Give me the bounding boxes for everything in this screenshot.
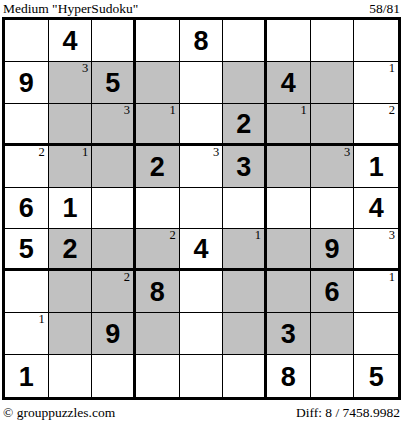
pencil-mark: 2 (124, 271, 130, 284)
cell-r3c8[interactable] (311, 104, 355, 146)
given-digit: 3 (236, 152, 251, 181)
cell-r7c6[interactable] (223, 271, 267, 313)
cell-r2c2[interactable]: 3 (49, 62, 93, 104)
cell-r5c8[interactable] (311, 188, 355, 230)
cell-r4c8[interactable]: 3 (311, 146, 355, 188)
pencil-mark: 1 (38, 313, 44, 326)
given-digit: 8 (193, 26, 208, 55)
given-digit: 1 (19, 362, 34, 391)
cell-r9c2[interactable] (49, 355, 93, 397)
cell-r8c6[interactable] (223, 313, 267, 355)
cell-r4c6[interactable]: 3 (223, 146, 267, 188)
pencil-mark: 1 (389, 271, 395, 284)
puzzle-page: Medium "HyperSudoku" 58/81 4893541312122… (0, 0, 403, 437)
cell-r3c4[interactable]: 1 (136, 104, 180, 146)
copyright-text: © grouppuzzles.com (3, 405, 115, 420)
given-digit: 1 (62, 193, 77, 222)
given-digit: 4 (369, 193, 384, 222)
cell-r4c2[interactable]: 1 (49, 146, 93, 188)
pencil-mark: 1 (82, 146, 88, 159)
cell-r8c9[interactable] (354, 313, 398, 355)
cell-r1c3[interactable] (92, 20, 136, 62)
cell-r4c7[interactable] (267, 146, 311, 188)
cell-r7c3[interactable]: 2 (92, 271, 136, 313)
footer: © grouppuzzles.com Diff: 8 / 7458.9982 (2, 405, 401, 420)
cell-r1c9[interactable] (354, 20, 398, 62)
cell-r5c6[interactable] (223, 188, 267, 230)
cell-r7c4[interactable]: 8 (136, 271, 180, 313)
cell-r1c2[interactable]: 4 (49, 20, 93, 62)
cell-r2c1[interactable]: 9 (5, 62, 49, 104)
given-digit: 4 (62, 26, 77, 55)
cell-r4c9[interactable]: 1 (354, 146, 398, 188)
cell-r2c5[interactable] (180, 62, 224, 104)
cell-r9c4[interactable] (136, 355, 180, 397)
given-digit: 2 (236, 109, 251, 138)
cell-r8c4[interactable] (136, 313, 180, 355)
given-digit: 8 (150, 277, 165, 306)
given-digit: 9 (324, 234, 339, 263)
pencil-mark: 1 (169, 104, 175, 117)
cell-r5c5[interactable] (180, 188, 224, 230)
puzzle-title: Medium "HyperSudoku" (3, 1, 138, 16)
cell-r5c2[interactable]: 1 (49, 188, 93, 230)
given-digit: 4 (281, 68, 296, 97)
progress-counter: 58/81 (369, 1, 400, 16)
pencil-mark: 2 (169, 229, 175, 242)
cell-r6c7[interactable] (267, 229, 311, 271)
header: Medium "HyperSudoku" 58/81 (2, 1, 401, 17)
sudoku-board: 489354131212212333161452241932861193185 (2, 17, 401, 400)
cell-r3c6[interactable]: 2 (223, 104, 267, 146)
cell-r8c3[interactable]: 9 (92, 313, 136, 355)
cell-r7c5[interactable] (180, 271, 224, 313)
cell-r7c2[interactable] (49, 271, 93, 313)
given-digit: 2 (150, 152, 165, 181)
given-digit: 3 (281, 319, 296, 348)
cell-r8c5[interactable] (180, 313, 224, 355)
pencil-mark: 3 (389, 229, 395, 242)
cell-r8c8[interactable] (311, 313, 355, 355)
cell-r6c6[interactable]: 1 (223, 229, 267, 271)
cell-r3c3[interactable]: 3 (92, 104, 136, 146)
given-digit: 9 (105, 319, 120, 348)
pencil-mark: 2 (389, 104, 395, 117)
cell-r4c5[interactable]: 3 (180, 146, 224, 188)
cell-r8c2[interactable] (49, 313, 93, 355)
cell-r2c4[interactable] (136, 62, 180, 104)
cell-r7c8[interactable]: 6 (311, 271, 355, 313)
cell-r3c1[interactable] (5, 104, 49, 146)
cell-r6c3[interactable] (92, 229, 136, 271)
cell-r3c2[interactable] (49, 104, 93, 146)
given-digit: 2 (62, 234, 77, 263)
cell-r2c3[interactable]: 5 (92, 62, 136, 104)
cell-r5c9[interactable]: 4 (354, 188, 398, 230)
cell-r8c7[interactable]: 3 (267, 313, 311, 355)
difficulty-text: Diff: 8 / 7458.9982 (296, 405, 400, 420)
cell-r7c9[interactable]: 1 (354, 271, 398, 313)
cell-r6c4[interactable]: 2 (136, 229, 180, 271)
pencil-mark: 1 (255, 229, 261, 242)
cell-r8c1[interactable]: 1 (5, 313, 49, 355)
cell-r9c6[interactable] (223, 355, 267, 397)
cell-r6c2[interactable]: 2 (49, 229, 93, 271)
cell-r9c7[interactable]: 8 (267, 355, 311, 397)
cell-r1c5[interactable]: 8 (180, 20, 224, 62)
cell-r6c9[interactable]: 3 (354, 229, 398, 271)
cell-r5c7[interactable] (267, 188, 311, 230)
cell-r2c6[interactable] (223, 62, 267, 104)
pencil-mark: 2 (38, 146, 44, 159)
pencil-mark: 3 (213, 146, 219, 159)
given-digit: 9 (19, 68, 34, 97)
cell-r9c9[interactable]: 5 (354, 355, 398, 397)
cell-r3c9[interactable]: 2 (354, 104, 398, 146)
cell-r9c3[interactable] (92, 355, 136, 397)
given-digit: 1 (369, 152, 384, 181)
cell-r2c7[interactable]: 4 (267, 62, 311, 104)
cell-r1c6[interactable] (223, 20, 267, 62)
given-digit: 6 (324, 277, 339, 306)
cell-r7c1[interactable] (5, 271, 49, 313)
cell-r1c4[interactable] (136, 20, 180, 62)
cell-r5c3[interactable] (92, 188, 136, 230)
pencil-mark: 3 (124, 104, 130, 117)
given-digit: 5 (369, 362, 384, 391)
pencil-mark: 1 (300, 104, 306, 117)
cell-r1c7[interactable] (267, 20, 311, 62)
cell-r2c9[interactable]: 1 (354, 62, 398, 104)
given-digit: 6 (19, 193, 34, 222)
cell-r1c1[interactable] (5, 20, 49, 62)
cell-r4c1[interactable]: 2 (5, 146, 49, 188)
cell-r5c4[interactable] (136, 188, 180, 230)
cell-r9c5[interactable] (180, 355, 224, 397)
given-digit: 8 (281, 362, 296, 391)
given-digit: 5 (19, 234, 34, 263)
cell-r3c7[interactable]: 1 (267, 104, 311, 146)
cell-r5c1[interactable]: 6 (5, 188, 49, 230)
cell-r6c1[interactable]: 5 (5, 229, 49, 271)
cell-r3c5[interactable] (180, 104, 224, 146)
cell-r1c8[interactable] (311, 20, 355, 62)
given-digit: 4 (193, 234, 208, 263)
cell-r6c8[interactable]: 9 (311, 229, 355, 271)
cell-r9c1[interactable]: 1 (5, 355, 49, 397)
pencil-mark: 1 (389, 62, 395, 75)
cell-r9c8[interactable] (311, 355, 355, 397)
cell-r7c7[interactable] (267, 271, 311, 313)
pencil-mark: 3 (82, 62, 88, 75)
cell-r4c4[interactable]: 2 (136, 146, 180, 188)
cell-r4c3[interactable] (92, 146, 136, 188)
cell-r6c5[interactable]: 4 (180, 229, 224, 271)
given-digit: 5 (105, 68, 120, 97)
cell-r2c8[interactable] (311, 62, 355, 104)
pencil-mark: 3 (344, 146, 350, 159)
